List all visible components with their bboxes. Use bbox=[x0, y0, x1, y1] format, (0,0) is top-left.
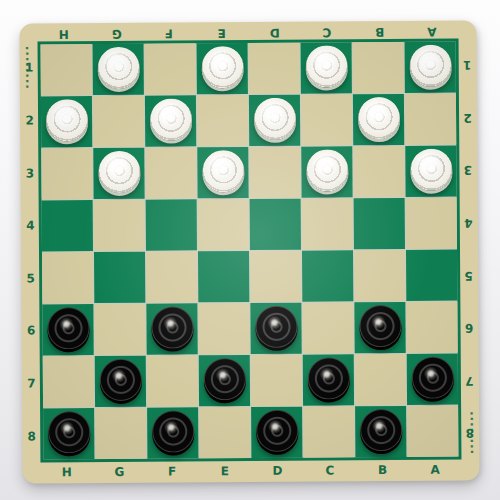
square-e2[interactable] bbox=[197, 95, 248, 146]
rank-label-right-5: 5 bbox=[461, 249, 476, 302]
square-b2[interactable] bbox=[353, 94, 404, 145]
white-checker[interactable] bbox=[410, 148, 452, 190]
rank-labels-left: 12345678 bbox=[22, 41, 40, 462]
square-g1[interactable] bbox=[93, 44, 144, 95]
square-e5[interactable] bbox=[198, 251, 249, 302]
square-c1[interactable] bbox=[301, 42, 352, 93]
square-b7[interactable] bbox=[355, 354, 406, 405]
square-e3[interactable] bbox=[197, 147, 248, 198]
square-g5[interactable] bbox=[94, 252, 145, 303]
rank-label-left-3: 3 bbox=[22, 147, 37, 200]
white-checker[interactable] bbox=[202, 150, 244, 192]
rank-label-left-6: 6 bbox=[23, 305, 38, 358]
checkers-mat: HGFEDCBA HGFEDCBA 12345678 12345678 ▪▪▪▪… bbox=[19, 20, 479, 483]
square-d4[interactable] bbox=[250, 199, 301, 250]
file-label-top-d: D bbox=[248, 24, 301, 39]
square-c2[interactable] bbox=[301, 94, 352, 145]
square-h1[interactable] bbox=[41, 44, 92, 95]
square-f5[interactable] bbox=[146, 251, 197, 302]
file-label-top-b: B bbox=[353, 23, 406, 38]
file-label-top-c: C bbox=[301, 23, 354, 38]
white-checker[interactable] bbox=[201, 46, 243, 88]
square-h4[interactable] bbox=[42, 200, 93, 251]
square-d5[interactable] bbox=[250, 251, 301, 302]
file-labels-top: HGFEDCBA bbox=[37, 23, 458, 41]
square-f6[interactable] bbox=[146, 303, 197, 354]
file-label-bottom-c: C bbox=[304, 464, 357, 479]
square-f8[interactable] bbox=[147, 407, 198, 458]
rank-label-left-4: 4 bbox=[23, 199, 38, 252]
rank-label-right-2: 2 bbox=[460, 91, 475, 144]
black-checker[interactable] bbox=[151, 306, 193, 348]
square-h2[interactable] bbox=[41, 96, 92, 147]
square-d7[interactable] bbox=[251, 355, 302, 406]
square-h6[interactable] bbox=[42, 304, 93, 355]
rank-label-right-6: 6 bbox=[461, 302, 476, 355]
white-checker[interactable] bbox=[306, 149, 348, 191]
white-checker[interactable] bbox=[357, 96, 399, 138]
rank-label-left-2: 2 bbox=[22, 94, 37, 147]
square-c7[interactable] bbox=[303, 354, 354, 405]
square-h3[interactable] bbox=[41, 148, 92, 199]
rank-labels-right: 12345678 bbox=[460, 38, 478, 459]
white-checker[interactable] bbox=[98, 150, 140, 192]
black-checker[interactable] bbox=[360, 408, 402, 450]
square-g8[interactable] bbox=[95, 408, 146, 459]
black-checker[interactable] bbox=[203, 358, 245, 400]
square-b4[interactable] bbox=[354, 198, 405, 249]
rank-label-right-7: 7 bbox=[462, 354, 477, 407]
black-checker[interactable] bbox=[99, 358, 141, 400]
square-c8[interactable] bbox=[303, 406, 354, 457]
file-label-top-e: E bbox=[195, 24, 248, 39]
black-checker[interactable] bbox=[359, 304, 401, 346]
rank-label-left-8: 8 bbox=[24, 410, 39, 463]
file-label-bottom-e: E bbox=[198, 465, 251, 480]
square-c3[interactable] bbox=[301, 146, 352, 197]
file-label-bottom-b: B bbox=[356, 464, 409, 479]
rank-label-right-4: 4 bbox=[461, 196, 476, 249]
black-checker[interactable] bbox=[47, 307, 89, 349]
square-e4[interactable] bbox=[198, 199, 249, 250]
square-b3[interactable] bbox=[353, 146, 404, 197]
square-b6[interactable] bbox=[354, 302, 405, 353]
black-checker[interactable] bbox=[152, 410, 194, 452]
square-a6[interactable] bbox=[406, 302, 457, 353]
square-c4[interactable] bbox=[302, 198, 353, 249]
square-g4[interactable] bbox=[94, 200, 145, 251]
black-checker[interactable] bbox=[256, 409, 298, 451]
file-label-bottom-d: D bbox=[251, 465, 304, 480]
file-label-bottom-f: F bbox=[146, 465, 199, 480]
square-a5[interactable] bbox=[406, 250, 457, 301]
white-checker[interactable] bbox=[45, 99, 87, 141]
square-d6[interactable] bbox=[250, 303, 301, 354]
file-label-top-a: A bbox=[406, 23, 459, 38]
square-d3[interactable] bbox=[249, 147, 300, 198]
square-f7[interactable] bbox=[147, 355, 198, 406]
square-a7[interactable] bbox=[407, 354, 458, 405]
square-h7[interactable] bbox=[43, 356, 94, 407]
square-a4[interactable] bbox=[406, 198, 457, 249]
square-e1[interactable] bbox=[197, 43, 248, 94]
square-b1[interactable] bbox=[353, 42, 404, 93]
square-d1[interactable] bbox=[249, 43, 300, 94]
file-label-bottom-h: H bbox=[40, 466, 93, 481]
square-f4[interactable] bbox=[146, 199, 197, 250]
rank-label-right-3: 3 bbox=[460, 144, 475, 197]
file-label-top-g: G bbox=[90, 25, 143, 40]
file-labels-bottom: HGFEDCBA bbox=[40, 464, 461, 482]
rank-label-left-7: 7 bbox=[24, 357, 39, 410]
photo-background: HGFEDCBA HGFEDCBA 12345678 12345678 ▪▪▪▪… bbox=[0, 0, 500, 500]
square-b5[interactable] bbox=[354, 250, 405, 301]
rank-label-right-1: 1 bbox=[460, 38, 475, 91]
white-checker[interactable] bbox=[409, 44, 451, 86]
square-a8[interactable] bbox=[407, 406, 458, 457]
square-g2[interactable] bbox=[93, 96, 144, 147]
white-checker[interactable] bbox=[253, 97, 295, 139]
brand-micro-text-bottom-right: ▪▪▪▪▪▪▪▪ bbox=[469, 410, 474, 454]
square-a1[interactable] bbox=[405, 42, 456, 93]
black-checker[interactable] bbox=[48, 411, 90, 453]
rank-label-left-5: 5 bbox=[23, 252, 38, 305]
square-b8[interactable] bbox=[355, 406, 406, 457]
brand-micro-text-top-left: ▪▪▪▪▪▪▪▪ bbox=[25, 46, 30, 90]
file-label-top-f: F bbox=[143, 24, 196, 39]
checkers-board bbox=[38, 39, 462, 463]
white-checker[interactable] bbox=[305, 45, 347, 87]
square-c6[interactable] bbox=[302, 302, 353, 353]
file-label-bottom-a: A bbox=[409, 464, 462, 479]
black-checker[interactable] bbox=[255, 305, 297, 347]
square-h8[interactable] bbox=[43, 408, 94, 459]
black-checker[interactable] bbox=[307, 357, 349, 399]
square-g6[interactable] bbox=[94, 304, 145, 355]
file-label-top-h: H bbox=[37, 25, 90, 40]
square-g3[interactable] bbox=[93, 148, 144, 199]
square-f2[interactable] bbox=[145, 95, 196, 146]
square-a2[interactable] bbox=[405, 94, 456, 145]
white-checker[interactable] bbox=[97, 46, 139, 88]
square-d8[interactable] bbox=[251, 407, 302, 458]
square-a3[interactable] bbox=[405, 146, 456, 197]
white-checker[interactable] bbox=[149, 98, 191, 140]
file-label-bottom-g: G bbox=[93, 466, 146, 481]
square-e6[interactable] bbox=[198, 303, 249, 354]
black-checker[interactable] bbox=[411, 356, 453, 398]
square-e7[interactable] bbox=[199, 355, 250, 406]
square-f1[interactable] bbox=[145, 43, 196, 94]
square-d2[interactable] bbox=[249, 95, 300, 146]
square-g7[interactable] bbox=[95, 356, 146, 407]
square-c5[interactable] bbox=[302, 250, 353, 301]
square-h5[interactable] bbox=[42, 252, 93, 303]
square-f3[interactable] bbox=[145, 147, 196, 198]
square-e8[interactable] bbox=[199, 407, 250, 458]
